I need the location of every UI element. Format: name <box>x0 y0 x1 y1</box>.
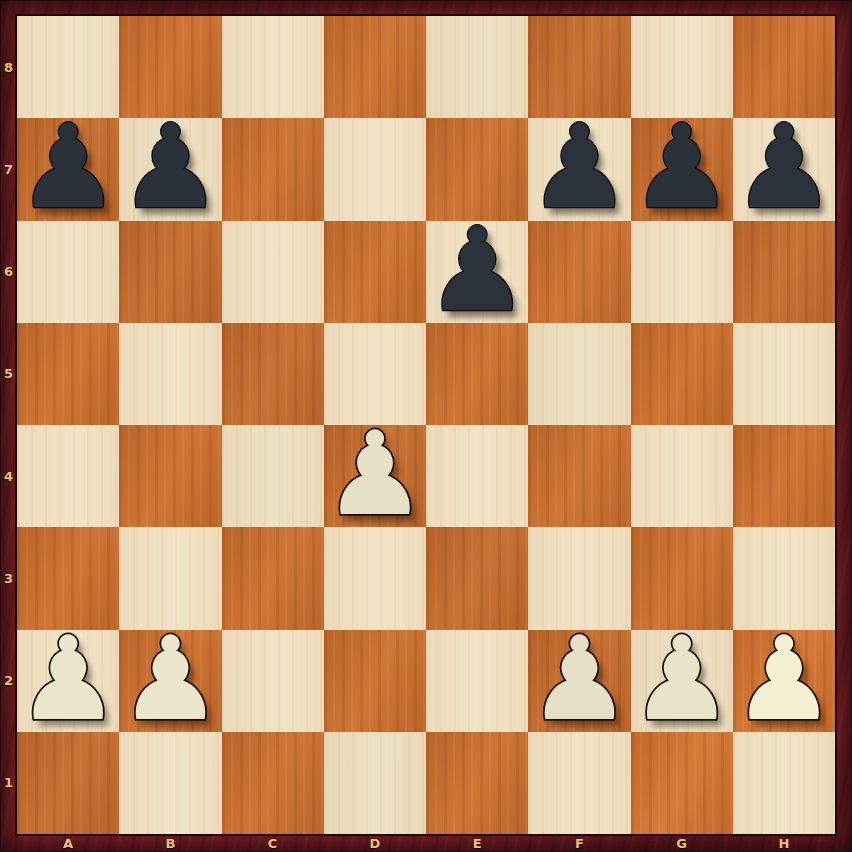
file-label-c: C <box>222 834 324 852</box>
square-e1[interactable] <box>426 732 528 834</box>
black-pawn-g7[interactable]: ♟ <box>631 118 733 220</box>
square-b8[interactable] <box>119 16 221 118</box>
square-c5[interactable] <box>222 323 324 425</box>
square-e6[interactable]: ♟ <box>426 221 528 323</box>
square-h3[interactable] <box>733 527 835 629</box>
square-c1[interactable] <box>222 732 324 834</box>
square-g7[interactable]: ♟ <box>631 118 733 220</box>
square-g6[interactable] <box>631 221 733 323</box>
white-pawn-g2[interactable]: ♟ <box>631 630 733 732</box>
file-label-h: H <box>733 834 835 852</box>
square-f5[interactable] <box>528 323 630 425</box>
square-g1[interactable] <box>631 732 733 834</box>
white-pawn-b2[interactable]: ♟ <box>119 630 221 732</box>
square-c7[interactable] <box>222 118 324 220</box>
white-pawn-a2[interactable]: ♟ <box>17 630 119 732</box>
square-c2[interactable] <box>222 630 324 732</box>
square-e5[interactable] <box>426 323 528 425</box>
square-b6[interactable] <box>119 221 221 323</box>
square-d5[interactable] <box>324 323 426 425</box>
square-a5[interactable] <box>17 323 119 425</box>
square-e8[interactable] <box>426 16 528 118</box>
file-label-b: B <box>119 834 221 852</box>
board-outline: ♟♟♟♟♟♟♟♟♟♟♟♟ <box>15 14 837 836</box>
square-d1[interactable] <box>324 732 426 834</box>
square-c6[interactable] <box>222 221 324 323</box>
black-pawn-b7[interactable]: ♟ <box>119 118 221 220</box>
file-label-e: E <box>426 834 528 852</box>
square-e4[interactable] <box>426 425 528 527</box>
square-b3[interactable] <box>119 527 221 629</box>
file-labels: ABCDEFGH <box>17 834 835 852</box>
square-c4[interactable] <box>222 425 324 527</box>
square-h1[interactable] <box>733 732 835 834</box>
board-frame: 87654321 ABCDEFGH ♟♟♟♟♟♟♟♟♟♟♟♟ <box>0 0 852 852</box>
square-d3[interactable] <box>324 527 426 629</box>
square-h4[interactable] <box>733 425 835 527</box>
black-pawn-a7[interactable]: ♟ <box>17 118 119 220</box>
square-e7[interactable] <box>426 118 528 220</box>
square-h6[interactable] <box>733 221 835 323</box>
file-label-g: G <box>631 834 733 852</box>
square-f2[interactable]: ♟ <box>528 630 630 732</box>
square-f3[interactable] <box>528 527 630 629</box>
square-d2[interactable] <box>324 630 426 732</box>
square-e3[interactable] <box>426 527 528 629</box>
square-c8[interactable] <box>222 16 324 118</box>
square-f4[interactable] <box>528 425 630 527</box>
square-a7[interactable]: ♟ <box>17 118 119 220</box>
square-g5[interactable] <box>631 323 733 425</box>
square-b5[interactable] <box>119 323 221 425</box>
square-d7[interactable] <box>324 118 426 220</box>
square-b7[interactable]: ♟ <box>119 118 221 220</box>
square-b2[interactable]: ♟ <box>119 630 221 732</box>
square-h5[interactable] <box>733 323 835 425</box>
black-pawn-h7[interactable]: ♟ <box>733 118 835 220</box>
square-g3[interactable] <box>631 527 733 629</box>
file-label-f: F <box>528 834 630 852</box>
square-g2[interactable]: ♟ <box>631 630 733 732</box>
square-e2[interactable] <box>426 630 528 732</box>
file-label-d: D <box>324 834 426 852</box>
square-f7[interactable]: ♟ <box>528 118 630 220</box>
square-b4[interactable] <box>119 425 221 527</box>
white-pawn-h2[interactable]: ♟ <box>733 630 835 732</box>
square-d8[interactable] <box>324 16 426 118</box>
black-pawn-e6[interactable]: ♟ <box>426 221 528 323</box>
square-a2[interactable]: ♟ <box>17 630 119 732</box>
white-pawn-d4[interactable]: ♟ <box>324 425 426 527</box>
chess-board[interactable]: ♟♟♟♟♟♟♟♟♟♟♟♟ <box>17 16 835 834</box>
square-h8[interactable] <box>733 16 835 118</box>
square-c3[interactable] <box>222 527 324 629</box>
file-label-a: A <box>17 834 119 852</box>
square-d6[interactable] <box>324 221 426 323</box>
square-g8[interactable] <box>631 16 733 118</box>
square-a4[interactable] <box>17 425 119 527</box>
square-a3[interactable] <box>17 527 119 629</box>
square-f1[interactable] <box>528 732 630 834</box>
black-pawn-f7[interactable]: ♟ <box>528 118 630 220</box>
square-a8[interactable] <box>17 16 119 118</box>
square-d4[interactable]: ♟ <box>324 425 426 527</box>
square-f8[interactable] <box>528 16 630 118</box>
square-h2[interactable]: ♟ <box>733 630 835 732</box>
square-a6[interactable] <box>17 221 119 323</box>
square-h7[interactable]: ♟ <box>733 118 835 220</box>
square-g4[interactable] <box>631 425 733 527</box>
square-a1[interactable] <box>17 732 119 834</box>
square-b1[interactable] <box>119 732 221 834</box>
white-pawn-f2[interactable]: ♟ <box>528 630 630 732</box>
square-f6[interactable] <box>528 221 630 323</box>
